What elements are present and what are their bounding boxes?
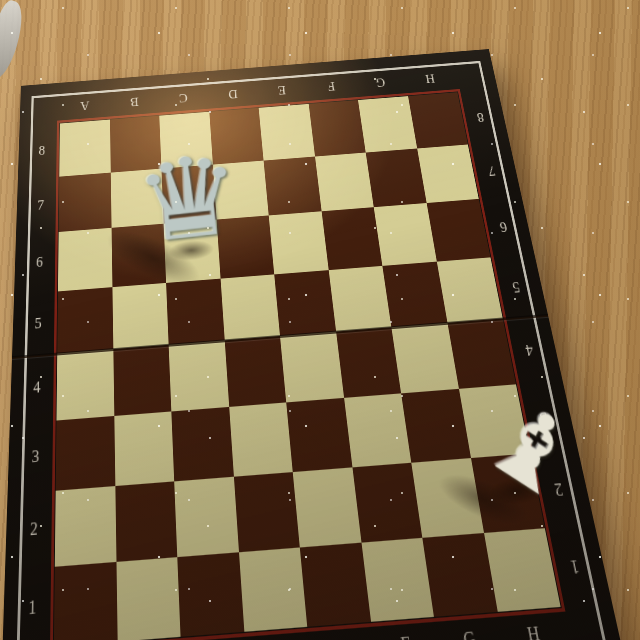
white-queen[interactable]: ♛	[93, 114, 280, 259]
chess-board: ABCDEFGH ABCDEFGH 87654321 87654321 ♛♝	[0, 49, 627, 640]
white-bishop[interactable]: ♝	[408, 375, 616, 502]
pieces-layer: ♛♝	[0, 49, 627, 640]
queen-glyph: ♛	[125, 115, 248, 258]
scene: ABCDEFGH ABCDEFGH 87654321 87654321 ♛♝	[0, 0, 640, 640]
